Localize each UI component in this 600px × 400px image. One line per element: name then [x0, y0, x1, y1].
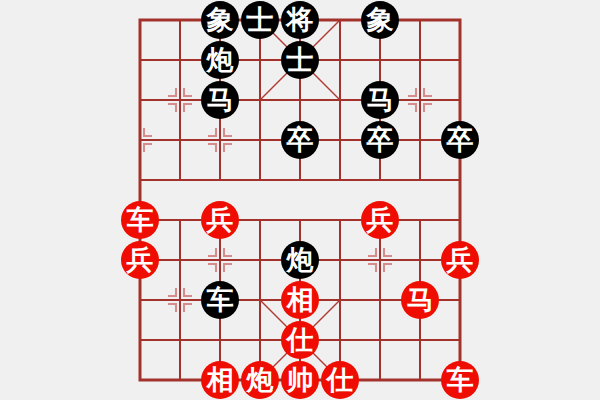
intersection-r6c7[interactable]: [400, 240, 440, 280]
intersection-r0c3[interactable]: 士: [240, 0, 280, 40]
intersection-r7c0[interactable]: [120, 280, 160, 320]
intersection-r2c2[interactable]: 马: [200, 80, 240, 120]
intersection-r1c8[interactable]: [440, 40, 480, 80]
intersection-r1c3[interactable]: [240, 40, 280, 80]
intersection-r9c2[interactable]: 相: [200, 360, 240, 400]
piece-red-elephant[interactable]: 相: [201, 361, 239, 399]
intersection-r8c5[interactable]: [320, 320, 360, 360]
intersection-r3c4[interactable]: 卒: [280, 120, 320, 160]
intersection-r5c8[interactable]: [440, 200, 480, 240]
intersection-r4c8[interactable]: [440, 160, 480, 200]
intersection-r0c2[interactable]: 象: [200, 0, 240, 40]
intersection-r3c8[interactable]: 卒: [440, 120, 480, 160]
intersection-r4c2[interactable]: [200, 160, 240, 200]
intersection-r5c2[interactable]: 兵: [200, 200, 240, 240]
intersection-r3c5[interactable]: [320, 120, 360, 160]
intersection-r3c1[interactable]: [160, 120, 200, 160]
intersection-r5c5[interactable]: [320, 200, 360, 240]
board-intersections: 象士将象炮士马马卒卒卒车兵兵兵炮兵车相马仕相炮帅仕车: [120, 0, 480, 400]
intersection-r6c0[interactable]: 兵: [120, 240, 160, 280]
intersection-r6c8[interactable]: 兵: [440, 240, 480, 280]
intersection-r5c6[interactable]: 兵: [360, 200, 400, 240]
intersection-r4c6[interactable]: [360, 160, 400, 200]
piece-red-advisor[interactable]: 仕: [321, 361, 359, 399]
intersection-r4c3[interactable]: [240, 160, 280, 200]
piece-black-elephant[interactable]: 象: [361, 1, 399, 39]
intersection-r8c3[interactable]: [240, 320, 280, 360]
intersection-r7c7[interactable]: 马: [400, 280, 440, 320]
intersection-r9c0[interactable]: [120, 360, 160, 400]
piece-red-soldier[interactable]: 兵: [121, 241, 159, 279]
piece-black-cannon[interactable]: 炮: [281, 241, 319, 279]
intersection-r3c2[interactable]: [200, 120, 240, 160]
intersection-r2c0[interactable]: [120, 80, 160, 120]
piece-black-soldier[interactable]: 卒: [361, 121, 399, 159]
intersection-r9c1[interactable]: [160, 360, 200, 400]
intersection-r4c0[interactable]: [120, 160, 160, 200]
intersection-r7c4[interactable]: 相: [280, 280, 320, 320]
piece-black-elephant[interactable]: 象: [201, 1, 239, 39]
intersection-r5c3[interactable]: [240, 200, 280, 240]
intersection-r9c3[interactable]: 炮: [240, 360, 280, 400]
intersection-r5c7[interactable]: [400, 200, 440, 240]
intersection-r2c8[interactable]: [440, 80, 480, 120]
intersection-r2c7[interactable]: [400, 80, 440, 120]
piece-black-general[interactable]: 将: [281, 1, 319, 39]
intersection-r6c6[interactable]: [360, 240, 400, 280]
piece-black-advisor[interactable]: 士: [281, 41, 319, 79]
intersection-r2c6[interactable]: 马: [360, 80, 400, 120]
intersection-r8c6[interactable]: [360, 320, 400, 360]
intersection-r5c0[interactable]: 车: [120, 200, 160, 240]
piece-black-chariot[interactable]: 车: [201, 281, 239, 319]
intersection-r9c7[interactable]: [400, 360, 440, 400]
intersection-r7c8[interactable]: [440, 280, 480, 320]
intersection-r0c1[interactable]: [160, 0, 200, 40]
intersection-r2c4[interactable]: [280, 80, 320, 120]
piece-red-elephant[interactable]: 相: [281, 281, 319, 319]
intersection-r0c5[interactable]: [320, 0, 360, 40]
intersection-r1c1[interactable]: [160, 40, 200, 80]
intersection-r8c4[interactable]: 仕: [280, 320, 320, 360]
intersection-r8c0[interactable]: [120, 320, 160, 360]
intersection-r4c1[interactable]: [160, 160, 200, 200]
intersection-r0c0[interactable]: [120, 0, 160, 40]
intersection-r8c8[interactable]: [440, 320, 480, 360]
intersection-r2c3[interactable]: [240, 80, 280, 120]
intersection-r9c5[interactable]: 仕: [320, 360, 360, 400]
intersection-r1c4[interactable]: 士: [280, 40, 320, 80]
intersection-r8c1[interactable]: [160, 320, 200, 360]
intersection-r4c4[interactable]: [280, 160, 320, 200]
intersection-r1c5[interactable]: [320, 40, 360, 80]
piece-red-advisor[interactable]: 仕: [281, 321, 319, 359]
intersection-r0c4[interactable]: 将: [280, 0, 320, 40]
piece-red-soldier[interactable]: 兵: [361, 201, 399, 239]
intersection-r5c4[interactable]: [280, 200, 320, 240]
intersection-r7c2[interactable]: 车: [200, 280, 240, 320]
intersection-r7c5[interactable]: [320, 280, 360, 320]
intersection-r4c5[interactable]: [320, 160, 360, 200]
intersection-r1c2[interactable]: 炮: [200, 40, 240, 80]
intersection-r1c6[interactable]: [360, 40, 400, 80]
intersection-r3c7[interactable]: [400, 120, 440, 160]
intersection-r3c0[interactable]: [120, 120, 160, 160]
intersection-r6c4[interactable]: 炮: [280, 240, 320, 280]
intersection-r7c1[interactable]: [160, 280, 200, 320]
intersection-r7c3[interactable]: [240, 280, 280, 320]
intersection-r3c3[interactable]: [240, 120, 280, 160]
intersection-r6c1[interactable]: [160, 240, 200, 280]
piece-black-advisor[interactable]: 士: [241, 1, 279, 39]
intersection-r0c8[interactable]: [440, 0, 480, 40]
intersection-r9c6[interactable]: [360, 360, 400, 400]
intersection-r7c6[interactable]: [360, 280, 400, 320]
intersection-r0c7[interactable]: [400, 0, 440, 40]
intersection-r1c7[interactable]: [400, 40, 440, 80]
intersection-r8c2[interactable]: [200, 320, 240, 360]
intersection-r3c6[interactable]: 卒: [360, 120, 400, 160]
intersection-r4c7[interactable]: [400, 160, 440, 200]
piece-red-soldier[interactable]: 兵: [201, 201, 239, 239]
piece-black-cannon[interactable]: 炮: [201, 41, 239, 79]
intersection-r2c1[interactable]: [160, 80, 200, 120]
piece-black-soldier[interactable]: 卒: [281, 121, 319, 159]
intersection-r0c6[interactable]: 象: [360, 0, 400, 40]
piece-black-horse[interactable]: 马: [201, 81, 239, 119]
intersection-r1c0[interactable]: [120, 40, 160, 80]
intersection-r6c5[interactable]: [320, 240, 360, 280]
xiangqi-board: 象士将象炮士马马卒卒卒车兵兵兵炮兵车相马仕相炮帅仕车: [0, 0, 600, 400]
piece-red-soldier[interactable]: 兵: [441, 241, 479, 279]
piece-red-horse[interactable]: 马: [401, 281, 439, 319]
piece-black-horse[interactable]: 马: [361, 81, 399, 119]
intersection-r9c4[interactable]: 帅: [280, 360, 320, 400]
intersection-r2c5[interactable]: [320, 80, 360, 120]
piece-red-chariot[interactable]: 车: [121, 201, 159, 239]
intersection-r8c7[interactable]: [400, 320, 440, 360]
intersection-r9c8[interactable]: 车: [440, 360, 480, 400]
piece-black-soldier[interactable]: 卒: [441, 121, 479, 159]
intersection-r5c1[interactable]: [160, 200, 200, 240]
intersection-r6c3[interactable]: [240, 240, 280, 280]
piece-red-cannon[interactable]: 炮: [241, 361, 279, 399]
piece-red-general[interactable]: 帅: [281, 361, 319, 399]
piece-red-chariot[interactable]: 车: [441, 361, 479, 399]
intersection-r6c2[interactable]: [200, 240, 240, 280]
